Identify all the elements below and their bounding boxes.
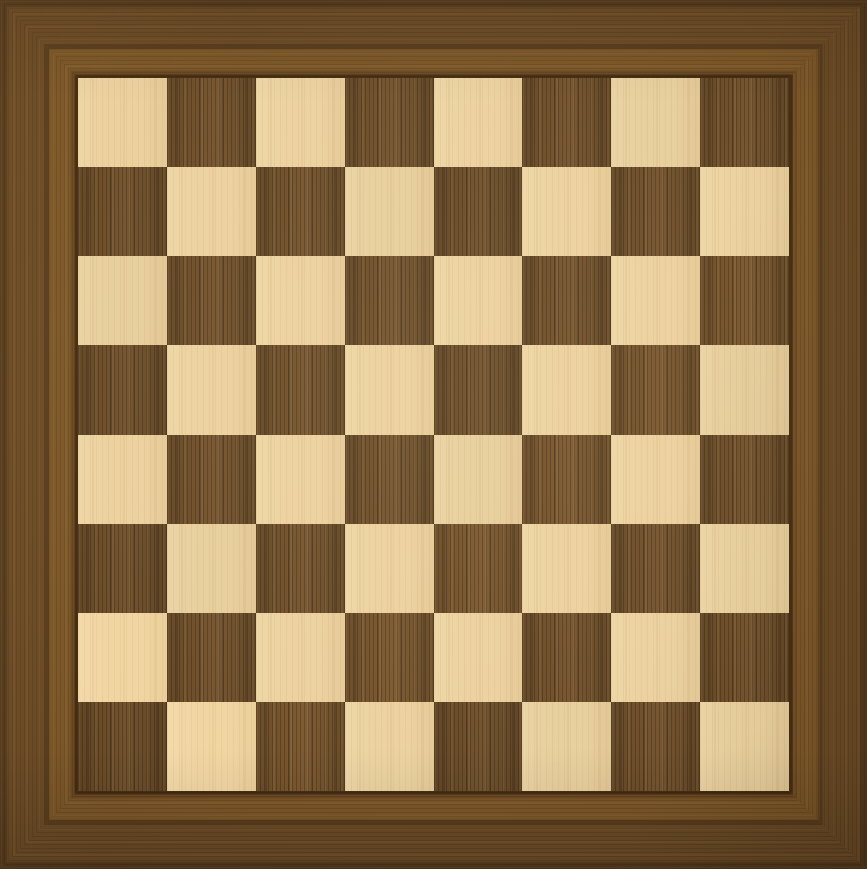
square-h7[interactable]	[700, 167, 789, 256]
square-b8[interactable]	[167, 78, 256, 167]
square-d7[interactable]	[345, 167, 434, 256]
square-a5[interactable]	[78, 345, 167, 434]
chessboard-photo	[0, 0, 867, 869]
square-c2[interactable]	[256, 613, 345, 702]
square-b4[interactable]	[167, 435, 256, 524]
square-c6[interactable]	[256, 256, 345, 345]
square-c4[interactable]	[256, 435, 345, 524]
square-h8[interactable]	[700, 78, 789, 167]
square-g3[interactable]	[611, 524, 700, 613]
square-e1[interactable]	[434, 702, 523, 791]
square-b6[interactable]	[167, 256, 256, 345]
square-f5[interactable]	[522, 345, 611, 434]
square-d1[interactable]	[345, 702, 434, 791]
square-c8[interactable]	[256, 78, 345, 167]
square-d2[interactable]	[345, 613, 434, 702]
square-d8[interactable]	[345, 78, 434, 167]
square-g5[interactable]	[611, 345, 700, 434]
square-e6[interactable]	[434, 256, 523, 345]
square-f7[interactable]	[522, 167, 611, 256]
square-h4[interactable]	[700, 435, 789, 524]
square-e7[interactable]	[434, 167, 523, 256]
square-g4[interactable]	[611, 435, 700, 524]
square-d6[interactable]	[345, 256, 434, 345]
square-e4[interactable]	[434, 435, 523, 524]
square-g2[interactable]	[611, 613, 700, 702]
square-a3[interactable]	[78, 524, 167, 613]
square-a2[interactable]	[78, 613, 167, 702]
square-b3[interactable]	[167, 524, 256, 613]
square-d3[interactable]	[345, 524, 434, 613]
square-a6[interactable]	[78, 256, 167, 345]
square-h2[interactable]	[700, 613, 789, 702]
square-a7[interactable]	[78, 167, 167, 256]
square-h3[interactable]	[700, 524, 789, 613]
square-f3[interactable]	[522, 524, 611, 613]
square-c5[interactable]	[256, 345, 345, 434]
square-g8[interactable]	[611, 78, 700, 167]
square-b5[interactable]	[167, 345, 256, 434]
square-b7[interactable]	[167, 167, 256, 256]
square-c7[interactable]	[256, 167, 345, 256]
square-f6[interactable]	[522, 256, 611, 345]
square-a1[interactable]	[78, 702, 167, 791]
square-f8[interactable]	[522, 78, 611, 167]
square-e8[interactable]	[434, 78, 523, 167]
square-a8[interactable]	[78, 78, 167, 167]
square-h1[interactable]	[700, 702, 789, 791]
square-g6[interactable]	[611, 256, 700, 345]
square-d5[interactable]	[345, 345, 434, 434]
square-c1[interactable]	[256, 702, 345, 791]
square-f4[interactable]	[522, 435, 611, 524]
square-h6[interactable]	[700, 256, 789, 345]
square-e3[interactable]	[434, 524, 523, 613]
square-b2[interactable]	[167, 613, 256, 702]
square-b1[interactable]	[167, 702, 256, 791]
square-h5[interactable]	[700, 345, 789, 434]
square-a4[interactable]	[78, 435, 167, 524]
square-c3[interactable]	[256, 524, 345, 613]
square-d4[interactable]	[345, 435, 434, 524]
square-e2[interactable]	[434, 613, 523, 702]
square-e5[interactable]	[434, 345, 523, 434]
square-f1[interactable]	[522, 702, 611, 791]
square-g1[interactable]	[611, 702, 700, 791]
square-g7[interactable]	[611, 167, 700, 256]
chess-board	[78, 78, 789, 791]
square-f2[interactable]	[522, 613, 611, 702]
